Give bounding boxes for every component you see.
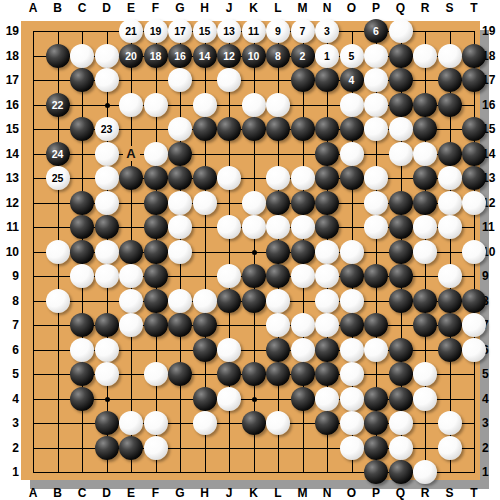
coord-label-right: 11 [482, 220, 500, 234]
white-stone-H19 [193, 19, 217, 43]
white-stone-S13 [438, 166, 462, 190]
white-stone-R18 [413, 44, 437, 68]
black-stone-K9 [242, 264, 266, 288]
black-stone-K8 [242, 289, 266, 313]
white-stone-C9 [70, 264, 94, 288]
white-stone-L19 [266, 19, 290, 43]
coord-label-bottom: O [344, 486, 360, 500]
white-stone-P6 [364, 338, 388, 362]
white-stone-G8 [168, 289, 192, 313]
white-stone-D12 [95, 191, 119, 215]
white-stone-N4 [315, 387, 339, 411]
white-stone-N9 [315, 264, 339, 288]
black-stone-L6 [266, 338, 290, 362]
coord-label-top: S [442, 1, 458, 15]
black-stone-H6 [193, 338, 217, 362]
coord-label-top: H [197, 1, 213, 15]
black-stone-M4 [291, 387, 315, 411]
white-stone-G11 [168, 215, 192, 239]
black-stone-R8 [413, 289, 437, 313]
black-stone-K15 [242, 117, 266, 141]
star-point [105, 397, 110, 402]
coord-label-bottom: M [295, 486, 311, 500]
black-stone-N3 [315, 411, 339, 435]
white-stone-B10 [46, 240, 70, 264]
white-stone-L13 [266, 166, 290, 190]
white-stone-E16 [119, 93, 143, 117]
coord-label-bottom: B [50, 486, 66, 500]
black-stone-D11 [95, 215, 119, 239]
black-stone-N12 [315, 191, 339, 215]
white-stone-L16 [266, 93, 290, 117]
coord-label-left: 14 [1, 147, 19, 161]
black-stone-P1 [364, 460, 388, 484]
white-stone-P18 [364, 44, 388, 68]
black-stone-R15 [413, 117, 437, 141]
white-stone-H3 [193, 411, 217, 435]
black-stone-F8 [144, 289, 168, 313]
black-stone-M5 [291, 362, 315, 386]
black-stone-B16 [46, 93, 70, 117]
black-stone-T8 [462, 289, 486, 313]
black-stone-B18 [46, 44, 70, 68]
white-stone-H16 [193, 93, 217, 117]
black-stone-E18 [119, 44, 143, 68]
black-stone-G18 [168, 44, 192, 68]
white-stone-M6 [291, 338, 315, 362]
black-stone-N6 [315, 338, 339, 362]
white-stone-R11 [413, 215, 437, 239]
white-stone-J19 [217, 19, 241, 43]
black-stone-R7 [413, 313, 437, 337]
black-stone-C15 [70, 117, 94, 141]
white-stone-M19 [291, 19, 315, 43]
point-marker-A: A [123, 146, 140, 161]
black-stone-N5 [315, 362, 339, 386]
black-stone-F10 [144, 240, 168, 264]
black-stone-T17 [462, 68, 486, 92]
coord-label-top: L [270, 1, 286, 15]
white-stone-P13 [364, 166, 388, 190]
black-stone-S8 [438, 289, 462, 313]
black-stone-F9 [144, 264, 168, 288]
black-stone-J15 [217, 117, 241, 141]
black-stone-C11 [70, 215, 94, 239]
coord-label-left: 7 [1, 318, 19, 332]
black-stone-N15 [315, 117, 339, 141]
white-stone-D14 [95, 142, 119, 166]
coord-label-top: A [25, 1, 41, 15]
black-stone-Q8 [389, 289, 413, 313]
white-stone-T6 [462, 338, 486, 362]
coord-label-bottom: H [197, 486, 213, 500]
white-stone-P11 [364, 215, 388, 239]
coord-label-left: 15 [1, 122, 19, 136]
coord-label-top: P [368, 1, 384, 15]
coord-label-top: G [172, 1, 188, 15]
coord-label-top: O [344, 1, 360, 15]
black-stone-M15 [291, 117, 315, 141]
white-stone-H12 [193, 191, 217, 215]
white-stone-F19 [144, 19, 168, 43]
white-stone-D5 [95, 362, 119, 386]
black-stone-S14 [438, 142, 462, 166]
white-stone-J17 [217, 68, 241, 92]
white-stone-C6 [70, 338, 94, 362]
white-stone-N7 [315, 313, 339, 337]
coord-label-bottom: F [148, 486, 164, 500]
coord-label-left: 9 [1, 269, 19, 283]
black-stone-L9 [266, 264, 290, 288]
black-stone-N17 [315, 68, 339, 92]
white-stone-F2 [144, 436, 168, 460]
coord-label-right: 5 [482, 367, 500, 381]
coord-label-bottom: N [319, 486, 335, 500]
coord-label-left: 3 [1, 416, 19, 430]
coord-label-left: 19 [1, 24, 19, 38]
white-stone-F16 [144, 93, 168, 117]
black-stone-T18 [462, 44, 486, 68]
black-stone-Q1 [389, 460, 413, 484]
white-stone-M13 [291, 166, 315, 190]
black-stone-R16 [413, 93, 437, 117]
black-stone-K18 [242, 44, 266, 68]
black-stone-N14 [315, 142, 339, 166]
white-stone-F14 [144, 142, 168, 166]
coord-label-left: 18 [1, 49, 19, 63]
black-stone-G5 [168, 362, 192, 386]
white-stone-G15 [168, 117, 192, 141]
coord-label-bottom: T [466, 486, 482, 500]
black-stone-Q10 [389, 240, 413, 264]
white-stone-O4 [340, 387, 364, 411]
black-stone-O15 [340, 117, 364, 141]
coord-label-right: 3 [482, 416, 500, 430]
coord-label-bottom: P [368, 486, 384, 500]
white-stone-N19 [315, 19, 339, 43]
coord-label-top: J [221, 1, 237, 15]
white-stone-J11 [217, 215, 241, 239]
black-stone-E2 [119, 436, 143, 460]
white-stone-R14 [413, 142, 437, 166]
black-stone-C10 [70, 240, 94, 264]
black-stone-B14 [46, 142, 70, 166]
white-stone-F5 [144, 362, 168, 386]
coord-label-top: Q [393, 1, 409, 15]
white-stone-H8 [193, 289, 217, 313]
white-stone-G10 [168, 240, 192, 264]
black-stone-F18 [144, 44, 168, 68]
black-stone-Q5 [389, 362, 413, 386]
black-stone-M10 [291, 240, 315, 264]
white-stone-C18 [70, 44, 94, 68]
coord-label-top: T [466, 1, 482, 15]
white-stone-O2 [340, 436, 364, 460]
coord-label-bottom: D [99, 486, 115, 500]
black-stone-F7 [144, 313, 168, 337]
white-stone-M7 [291, 313, 315, 337]
white-stone-D10 [95, 240, 119, 264]
black-stone-M12 [291, 191, 315, 215]
white-stone-G17 [168, 68, 192, 92]
coord-label-left: 10 [1, 245, 19, 259]
white-stone-P16 [364, 93, 388, 117]
black-stone-E13 [119, 166, 143, 190]
coord-label-top: E [123, 1, 139, 15]
white-stone-J6 [217, 338, 241, 362]
coord-label-top: K [246, 1, 262, 15]
white-stone-E3 [119, 411, 143, 435]
coord-label-right: 4 [482, 392, 500, 406]
black-stone-L18 [266, 44, 290, 68]
white-stone-O16 [340, 93, 364, 117]
black-stone-F13 [144, 166, 168, 190]
white-stone-J9 [217, 264, 241, 288]
black-stone-S17 [438, 68, 462, 92]
black-stone-L5 [266, 362, 290, 386]
white-stone-D18 [95, 44, 119, 68]
coord-label-top: F [148, 1, 164, 15]
coord-label-bottom: E [123, 486, 139, 500]
black-stone-Q12 [389, 191, 413, 215]
black-stone-P3 [364, 411, 388, 435]
white-stone-Q19 [389, 19, 413, 43]
coord-label-left: 6 [1, 343, 19, 357]
black-stone-H18 [193, 44, 217, 68]
white-stone-Q3 [389, 411, 413, 435]
black-stone-M17 [291, 68, 315, 92]
white-stone-D9 [95, 264, 119, 288]
black-stone-G7 [168, 313, 192, 337]
white-stone-Q2 [389, 436, 413, 460]
black-stone-R12 [413, 191, 437, 215]
white-stone-Q14 [389, 142, 413, 166]
coord-label-right: 16 [482, 98, 500, 112]
black-stone-P7 [364, 313, 388, 337]
white-stone-O5 [340, 362, 364, 386]
black-stone-H13 [193, 166, 217, 190]
white-stone-K12 [242, 191, 266, 215]
white-stone-E19 [119, 19, 143, 43]
black-stone-P19 [364, 19, 388, 43]
white-stone-L3 [266, 411, 290, 435]
white-stone-J4 [217, 387, 241, 411]
black-stone-T15 [462, 117, 486, 141]
white-stone-B8 [46, 289, 70, 313]
coord-label-right: 9 [482, 269, 500, 283]
black-stone-D3 [95, 411, 119, 435]
white-stone-E8 [119, 289, 143, 313]
white-stone-Q15 [389, 117, 413, 141]
coord-label-bottom: A [25, 486, 41, 500]
coord-label-left: 2 [1, 441, 19, 455]
black-stone-O13 [340, 166, 364, 190]
black-stone-P2 [364, 436, 388, 460]
white-stone-P12 [364, 191, 388, 215]
white-stone-J13 [217, 166, 241, 190]
black-stone-K3 [242, 411, 266, 435]
white-stone-O6 [340, 338, 364, 362]
black-stone-D7 [95, 313, 119, 337]
white-stone-T12 [462, 191, 486, 215]
black-stone-O7 [340, 313, 364, 337]
white-stone-O8 [340, 289, 364, 313]
white-stone-S18 [438, 44, 462, 68]
coord-label-left: 8 [1, 294, 19, 308]
black-stone-P9 [364, 264, 388, 288]
coord-label-left: 17 [1, 73, 19, 87]
white-stone-K19 [242, 19, 266, 43]
black-stone-J8 [217, 289, 241, 313]
coord-label-bottom: R [417, 486, 433, 500]
white-stone-K11 [242, 215, 266, 239]
black-stone-Q11 [389, 215, 413, 239]
black-stone-Q18 [389, 44, 413, 68]
coord-label-left: 5 [1, 367, 19, 381]
black-stone-O9 [340, 264, 364, 288]
white-stone-N18 [315, 44, 339, 68]
star-point [252, 397, 257, 402]
black-stone-C4 [70, 387, 94, 411]
white-stone-S9 [438, 264, 462, 288]
white-stone-L11 [266, 215, 290, 239]
coord-label-top: D [99, 1, 115, 15]
coord-label-bottom: J [221, 486, 237, 500]
black-stone-C17 [70, 68, 94, 92]
white-stone-N8 [315, 289, 339, 313]
white-stone-R5 [413, 362, 437, 386]
black-stone-J18 [217, 44, 241, 68]
white-stone-O18 [340, 44, 364, 68]
white-stone-T10 [462, 240, 486, 264]
black-stone-R13 [413, 166, 437, 190]
white-stone-S12 [438, 191, 462, 215]
black-stone-C12 [70, 191, 94, 215]
black-stone-M18 [291, 44, 315, 68]
coord-label-left: 12 [1, 196, 19, 210]
white-stone-G12 [168, 191, 192, 215]
star-point [252, 250, 257, 255]
black-stone-S7 [438, 313, 462, 337]
coord-label-right: 1 [482, 465, 500, 479]
black-stone-C5 [70, 362, 94, 386]
coord-label-bottom: S [442, 486, 458, 500]
white-stone-R10 [413, 240, 437, 264]
white-stone-S2 [438, 436, 462, 460]
black-stone-Q6 [389, 338, 413, 362]
white-stone-S3 [438, 411, 462, 435]
white-stone-M9 [291, 264, 315, 288]
black-stone-G13 [168, 166, 192, 190]
black-stone-C7 [70, 313, 94, 337]
coord-label-top: R [417, 1, 433, 15]
black-stone-T13 [462, 166, 486, 190]
star-point [105, 103, 110, 108]
coord-label-top: N [319, 1, 335, 15]
black-stone-L12 [266, 191, 290, 215]
black-stone-E10 [119, 240, 143, 264]
coord-label-left: 4 [1, 392, 19, 406]
white-stone-B13 [46, 166, 70, 190]
coord-label-bottom: K [246, 486, 262, 500]
white-stone-N10 [315, 240, 339, 264]
white-stone-L7 [266, 313, 290, 337]
black-stone-H15 [193, 117, 217, 141]
white-stone-O14 [340, 142, 364, 166]
coord-label-top: B [50, 1, 66, 15]
coord-label-bottom: Q [393, 486, 409, 500]
black-stone-F11 [144, 215, 168, 239]
black-stone-Q9 [389, 264, 413, 288]
coord-label-top: M [295, 1, 311, 15]
black-stone-S16 [438, 93, 462, 117]
coord-label-bottom: G [172, 486, 188, 500]
white-stone-G19 [168, 19, 192, 43]
coord-label-top: C [74, 1, 90, 15]
black-stone-T14 [462, 142, 486, 166]
black-stone-F12 [144, 191, 168, 215]
black-stone-J5 [217, 362, 241, 386]
black-stone-S6 [438, 338, 462, 362]
black-stone-N13 [315, 166, 339, 190]
white-stone-O10 [340, 240, 364, 264]
white-stone-O3 [340, 411, 364, 435]
white-stone-E7 [119, 313, 143, 337]
white-stone-R4 [413, 387, 437, 411]
white-stone-F3 [144, 411, 168, 435]
coord-label-left: 11 [1, 220, 19, 234]
coord-label-left: 13 [1, 171, 19, 185]
black-stone-O17 [340, 68, 364, 92]
black-stone-Q16 [389, 93, 413, 117]
black-stone-L15 [266, 117, 290, 141]
white-stone-R1 [413, 460, 437, 484]
black-stone-G14 [168, 142, 192, 166]
black-stone-H7 [193, 313, 217, 337]
coord-label-left: 1 [1, 465, 19, 479]
white-stone-E9 [119, 264, 143, 288]
white-stone-T7 [462, 313, 486, 337]
white-stone-S11 [438, 215, 462, 239]
white-stone-L8 [266, 289, 290, 313]
black-stone-P4 [364, 387, 388, 411]
white-stone-D13 [95, 166, 119, 190]
black-stone-H4 [193, 387, 217, 411]
black-stone-Q17 [389, 68, 413, 92]
white-stone-M11 [291, 215, 315, 239]
white-stone-D15 [95, 117, 119, 141]
white-stone-D17 [95, 68, 119, 92]
coord-label-right: 2 [482, 441, 500, 455]
white-stone-K16 [242, 93, 266, 117]
coord-label-right: 19 [482, 24, 500, 38]
black-stone-K5 [242, 362, 266, 386]
white-stone-D6 [95, 338, 119, 362]
coord-label-bottom: C [74, 486, 90, 500]
coord-label-left: 16 [1, 98, 19, 112]
black-stone-L10 [266, 240, 290, 264]
coord-label-bottom: L [270, 486, 286, 500]
white-stone-P15 [364, 117, 388, 141]
black-stone-N11 [315, 215, 339, 239]
white-stone-P17 [364, 68, 388, 92]
black-stone-Q4 [389, 387, 413, 411]
black-stone-D2 [95, 436, 119, 460]
